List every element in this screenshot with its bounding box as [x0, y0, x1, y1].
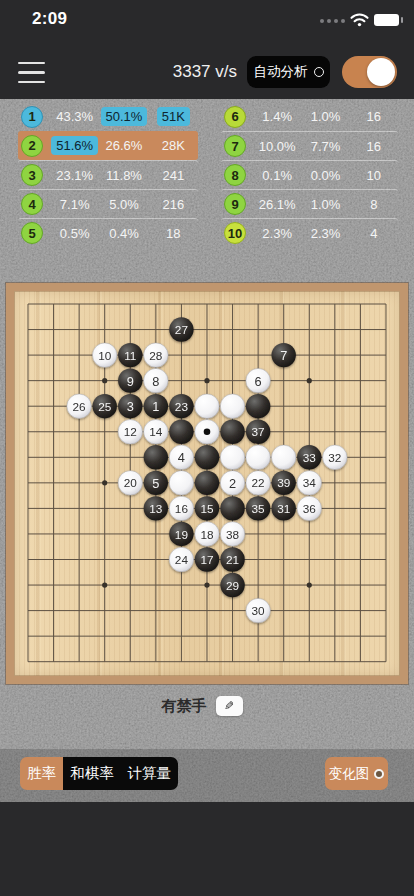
stat-value-text: 16: [362, 137, 386, 156]
stone-black-37[interactable]: 37: [246, 420, 270, 444]
stone-black-25[interactable]: 25: [93, 394, 117, 418]
stat-value: 11.8%: [99, 166, 148, 185]
stats-row[interactable]: 102.3%2.3%4: [221, 218, 398, 247]
stat-value: 28K: [149, 136, 198, 155]
stone-black-15[interactable]: 15: [195, 496, 219, 520]
stone-number: 11: [124, 349, 136, 363]
stone-white[interactable]: [195, 420, 219, 444]
stat-value-text: 1.4%: [257, 107, 297, 126]
stat-value-text: 10.0%: [254, 137, 301, 156]
rule-label: 有禁手: [162, 697, 207, 716]
stone-black-5[interactable]: 5: [144, 471, 168, 495]
stone-number: 12: [124, 425, 137, 439]
move-rank-badge: 5: [21, 222, 43, 244]
stone-white-12[interactable]: 12: [118, 420, 142, 444]
stat-value: 1.4%: [253, 107, 301, 126]
move-rank-badge: 7: [224, 135, 246, 157]
stats-row[interactable]: 251.6%26.6%28K: [18, 131, 198, 160]
stone-number: 27: [175, 323, 188, 337]
stone-number: 6: [255, 374, 262, 389]
stat-value-text: 28K: [157, 136, 190, 155]
star-point: [204, 582, 209, 587]
stone-black[interactable]: [195, 445, 219, 469]
stat-value-text: 51K: [157, 107, 190, 126]
stat-value: 10.0%: [253, 137, 301, 156]
stat-value: 23.1%: [50, 166, 99, 185]
stone-number: 7: [280, 348, 287, 363]
stat-value: 26.6%: [99, 136, 148, 155]
stats-row[interactable]: 710.0%7.7%16: [221, 131, 398, 160]
stat-value-text: 51.6%: [51, 136, 98, 155]
stone-number: 16: [175, 502, 189, 516]
auto-analyze-label: 自动分析: [254, 63, 308, 81]
stone-black-11[interactable]: 11: [118, 343, 142, 367]
stat-value-text: 0.4%: [104, 224, 144, 243]
stone-number: 26: [73, 400, 87, 414]
stat-value-text: 43.3%: [51, 107, 98, 126]
stone-number: 8: [152, 374, 159, 389]
gomoku-board[interactable]: 1234567891011121314151617181920212223242…: [6, 283, 408, 684]
stone-number: 9: [127, 374, 134, 389]
status-time: 2:09: [32, 9, 67, 29]
stat-value-text: 26.1%: [254, 195, 301, 214]
edit-rule-button[interactable]: ✎: [216, 696, 243, 716]
stone-black-33[interactable]: 33: [297, 445, 321, 469]
stone-black-23[interactable]: 23: [169, 394, 193, 418]
stone-black[interactable]: [220, 420, 244, 444]
stone-white-26[interactable]: 26: [67, 394, 91, 418]
auto-analyze-button[interactable]: 自动分析: [247, 56, 330, 88]
stone-black[interactable]: [246, 394, 270, 418]
star-point: [102, 480, 107, 485]
stone-white-16[interactable]: 16: [169, 496, 193, 520]
stone-number: 23: [175, 400, 189, 414]
stone-black-3[interactable]: 3: [118, 394, 142, 418]
stat-value-text: 50.1%: [101, 107, 148, 126]
stone-white-30[interactable]: 30: [246, 598, 270, 622]
stone-white[interactable]: [195, 394, 219, 418]
stat-value: 2.3%: [253, 224, 301, 243]
stone-white-32[interactable]: 32: [323, 445, 347, 469]
pencil-icon: ✎: [224, 699, 234, 713]
candidate-stats: 143.3%50.1%51K251.6%26.6%28K323.1%11.8%2…: [0, 100, 414, 248]
stat-value-text: 10: [362, 166, 386, 185]
stat-value: 4: [350, 224, 398, 243]
stone-black-27[interactable]: 27: [169, 317, 193, 341]
stone-number: 29: [226, 579, 239, 593]
tab-visits[interactable]: 计算量: [121, 757, 178, 790]
menu-icon[interactable]: [18, 62, 45, 83]
cellular-signal-icon: [320, 19, 345, 23]
stat-value: 7.7%: [301, 137, 349, 156]
stone-black-21[interactable]: 21: [220, 547, 244, 571]
stone-white-6[interactable]: 6: [246, 368, 270, 392]
stone-number: 17: [200, 553, 213, 567]
stone-white-18[interactable]: 18: [195, 522, 219, 546]
stone-white-4[interactable]: 4: [169, 445, 193, 469]
rule-row: 有禁手 ✎: [0, 696, 409, 716]
stone-black[interactable]: [144, 445, 168, 469]
stone-white-34[interactable]: 34: [297, 471, 321, 495]
stone-white-22[interactable]: 22: [246, 471, 270, 495]
move-rank-badge: 9: [224, 193, 246, 215]
stats-row[interactable]: 50.5%0.4%18: [18, 218, 198, 247]
stone-number: 10: [98, 349, 112, 363]
stats-row[interactable]: 47.1%5.0%216: [18, 189, 198, 218]
stone-number: 30: [252, 604, 266, 618]
stat-value: 0.1%: [253, 166, 301, 185]
tab-drawrate[interactable]: 和棋率: [63, 757, 121, 790]
stone-black-7[interactable]: 7: [272, 343, 296, 367]
stone-number: 39: [277, 476, 290, 490]
stone-black-1[interactable]: 1: [144, 394, 168, 418]
stat-value: 18: [149, 224, 198, 243]
stat-value: 5.0%: [99, 195, 148, 214]
stone-white[interactable]: [272, 445, 296, 469]
stone-white[interactable]: [169, 471, 193, 495]
stat-value-text: 5.0%: [104, 195, 144, 214]
stone-number: 18: [200, 528, 214, 542]
stone-white-14[interactable]: 14: [144, 420, 168, 444]
stat-value: 43.3%: [50, 107, 99, 126]
stat-value: 7.1%: [50, 195, 99, 214]
stone-white-2[interactable]: 2: [220, 471, 244, 495]
stat-value: 216: [149, 195, 198, 214]
stone-black[interactable]: [220, 496, 244, 520]
stat-value-text: 4: [365, 224, 382, 243]
gomoku-analysis-app: 2:09 3337 v/s 自动分析 143.3%50.1%51K251.6%2…: [0, 0, 414, 896]
stone-black[interactable]: [169, 420, 193, 444]
stone-number: 31: [277, 502, 290, 516]
stat-value: 1.0%: [301, 107, 349, 126]
stats-row[interactable]: 323.1%11.8%241: [18, 160, 198, 189]
stats-table-left: 143.3%50.1%51K251.6%26.6%28K323.1%11.8%2…: [18, 102, 198, 247]
stone-white-24[interactable]: 24: [169, 547, 193, 571]
stone-number: 37: [252, 425, 265, 439]
stone-white-36[interactable]: 36: [297, 496, 321, 520]
move-rank-badge: 2: [21, 135, 43, 157]
move-rank-badge: 1: [21, 106, 43, 128]
stat-value-text: 0.0%: [306, 166, 346, 185]
footer-strip: 胜率和棋率计算量 变化图: [0, 749, 414, 802]
move-rank-badge: 10: [224, 222, 246, 244]
stone-number: 20: [124, 476, 138, 490]
last-move-marker: [204, 428, 211, 435]
stone-black-31[interactable]: 31: [272, 496, 296, 520]
stone-number: 38: [226, 528, 240, 542]
stats-row[interactable]: 143.3%50.1%51K: [18, 102, 198, 131]
stat-value-text: 8: [365, 195, 382, 214]
battery-icon: [374, 14, 399, 26]
stat-value-text: 0.5%: [55, 224, 95, 243]
move-rank-badge: 8: [224, 164, 246, 186]
stat-value-text: 7.7%: [306, 137, 346, 156]
star-point: [307, 582, 312, 587]
stat-value: 0.0%: [301, 166, 349, 185]
stone-black-17[interactable]: 17: [195, 547, 219, 571]
stone-number: 22: [252, 476, 265, 490]
status-ring-icon: [314, 67, 324, 77]
stone-number: 5: [152, 476, 159, 491]
engine-speed: 3337 v/s: [173, 62, 237, 82]
stone-number: 3: [127, 399, 134, 414]
stat-value-text: 216: [157, 195, 189, 214]
bottom-bar: 白 黑 14: [0, 802, 414, 896]
stats-row[interactable]: 61.4%1.0%16: [221, 102, 398, 131]
move-rank-badge: 3: [21, 164, 43, 186]
stat-value-text: 1.0%: [306, 107, 346, 126]
stat-value: 10: [350, 166, 398, 185]
variation-diagram-button[interactable]: 变化图: [325, 757, 388, 790]
star-point: [102, 378, 107, 383]
board-grid: 1234567891011121314151617181920212223242…: [14, 291, 400, 676]
stat-value-text: 11.8%: [101, 166, 147, 185]
stone-number: 25: [98, 400, 112, 414]
toggle-knob: [367, 58, 395, 86]
stone-number: 1: [152, 399, 159, 414]
stats-table-right: 61.4%1.0%16710.0%7.7%1680.1%0.0%10926.1%…: [221, 102, 398, 247]
move-rank-badge: 6: [224, 106, 246, 128]
stone-black-29[interactable]: 29: [220, 573, 244, 597]
analyze-toggle[interactable]: [342, 56, 397, 88]
stone-number: 32: [328, 451, 341, 465]
stone-black-39[interactable]: 39: [272, 471, 296, 495]
stone-number: 19: [175, 528, 188, 542]
star-point: [307, 378, 312, 383]
stat-value: 16: [350, 107, 398, 126]
stone-white-20[interactable]: 20: [118, 471, 142, 495]
stat-value: 50.1%: [99, 107, 148, 126]
stone-black-35[interactable]: 35: [246, 496, 270, 520]
stone-number: 35: [252, 502, 266, 516]
stone-white[interactable]: [220, 394, 244, 418]
move-rank-badge: 4: [21, 193, 43, 215]
stone-number: 4: [178, 450, 185, 465]
stone-white[interactable]: [246, 445, 270, 469]
stone-number: 13: [149, 502, 163, 516]
wifi-icon: [350, 13, 369, 27]
stat-value-text: 23.1%: [51, 166, 98, 185]
stone-white[interactable]: [220, 445, 244, 469]
stone-white-28[interactable]: 28: [144, 343, 168, 367]
stat-mode-tabs: 胜率和棋率计算量: [20, 757, 178, 790]
stat-value-text: 1.0%: [306, 195, 346, 214]
stat-value-text: 241: [157, 166, 189, 185]
stat-value-text: 26.6%: [101, 136, 148, 155]
stat-value: 0.4%: [99, 224, 148, 243]
stat-value: 26.1%: [253, 195, 301, 214]
stone-number: 24: [175, 553, 189, 567]
stat-value-text: 16: [362, 107, 386, 126]
stone-number: 34: [303, 476, 317, 490]
stat-value: 8: [350, 195, 398, 214]
stone-number: 2: [229, 476, 236, 491]
stat-value: 2.3%: [301, 224, 349, 243]
stat-value-text: 2.3%: [257, 224, 297, 243]
stat-value: 16: [350, 137, 398, 156]
board-wood: 1234567891011121314151617181920212223242…: [14, 291, 400, 676]
stat-value-text: 18: [161, 224, 185, 243]
stat-value: 241: [149, 166, 198, 185]
variation-label: 变化图: [329, 765, 370, 783]
star-point: [102, 582, 107, 587]
stat-value: 1.0%: [301, 195, 349, 214]
stone-white-38[interactable]: 38: [220, 522, 244, 546]
stone-number: 33: [303, 451, 317, 465]
stat-value-text: 2.3%: [306, 224, 346, 243]
tab-winrate[interactable]: 胜率: [20, 757, 63, 790]
stone-number: 15: [200, 502, 214, 516]
top-bar: 2:09 3337 v/s 自动分析: [0, 0, 414, 99]
stone-number: 14: [149, 425, 163, 439]
stats-row[interactable]: 926.1%1.0%8: [221, 189, 398, 218]
stone-number: 28: [149, 349, 163, 363]
stat-value: 0.5%: [50, 224, 99, 243]
stone-white-8[interactable]: 8: [144, 368, 168, 392]
stone-white-10[interactable]: 10: [93, 343, 117, 367]
star-point: [204, 378, 209, 383]
stone-black-19[interactable]: 19: [169, 522, 193, 546]
stat-value-text: 0.1%: [257, 166, 297, 185]
stat-value: 51K: [149, 107, 198, 126]
variation-dot-icon: [374, 769, 384, 779]
stone-black-9[interactable]: 9: [118, 368, 142, 392]
stat-value: 51.6%: [50, 136, 99, 155]
stats-row[interactable]: 80.1%0.0%10: [221, 160, 398, 189]
stone-black-13[interactable]: 13: [144, 496, 168, 520]
stone-number: 36: [303, 502, 317, 516]
stone-number: 21: [226, 553, 239, 567]
stat-value-text: 7.1%: [55, 195, 95, 214]
stone-black[interactable]: [195, 471, 219, 495]
